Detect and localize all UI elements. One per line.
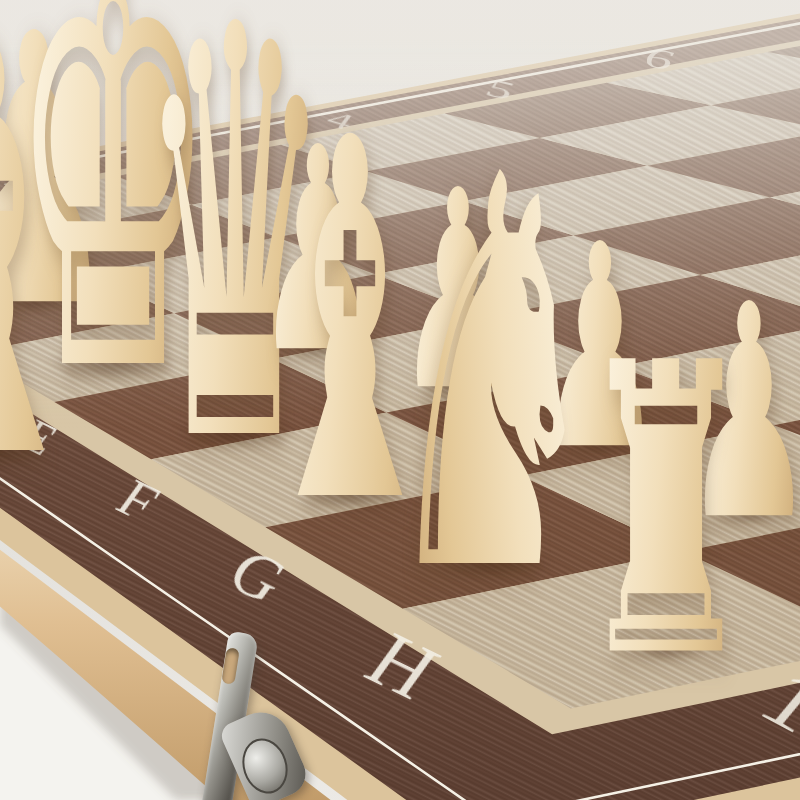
chess-set-photo: DEFGH1234567 ♝♟♚♛♟♝♟♞♟♜♟ (0, 0, 800, 800)
piece-white-rook[interactable]: ♜ (576, 312, 755, 712)
piece-white-knight[interactable]: ♞ (378, 107, 605, 647)
